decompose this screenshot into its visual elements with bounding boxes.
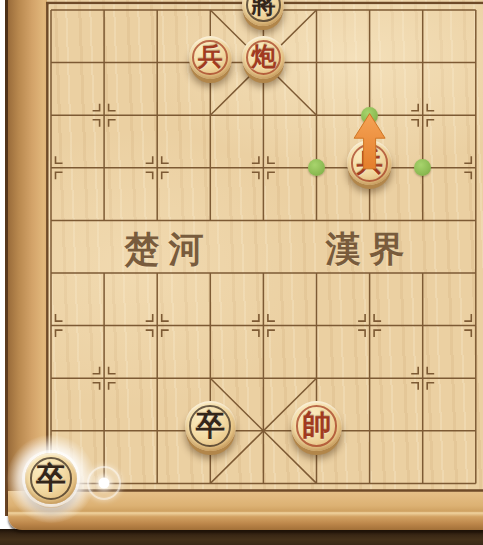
piece-glyph: 帥 [291, 401, 341, 451]
legal-move-dot[interactable] [308, 159, 325, 176]
red-soldier-d8[interactable]: 兵 [189, 36, 232, 79]
piece-glyph: 炮 [242, 36, 285, 79]
piece-glyph: 卒 [25, 453, 76, 504]
piece-glyph: 卒 [185, 401, 235, 451]
red-general-f1[interactable]: 帥 [291, 401, 341, 451]
red-cannon-e8[interactable]: 炮 [242, 36, 285, 79]
legal-move-dot[interactable] [414, 159, 431, 176]
last-move-origin-marker [87, 466, 121, 500]
xiangqi-board-scene: 楚河 漢界 將兵炮兵卒帥卒 [0, 0, 483, 545]
red-soldier-g6[interactable]: 兵 [347, 140, 392, 185]
black-soldier-a0[interactable]: 卒 [25, 453, 76, 504]
black-general-e9[interactable]: 將 [242, 0, 284, 26]
piece-glyph: 兵 [347, 140, 392, 185]
legal-move-dot[interactable] [361, 107, 378, 124]
table-background [0, 529, 483, 545]
piece-grid: 將兵炮兵卒帥卒 [25, 0, 483, 510]
piece-glyph: 將 [242, 0, 284, 26]
piece-glyph: 兵 [189, 36, 232, 79]
black-soldier-d1[interactable]: 卒 [185, 401, 235, 451]
